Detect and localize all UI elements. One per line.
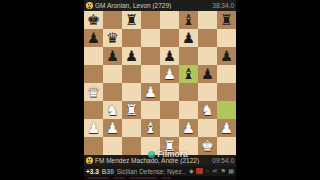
chat-icon[interactable]: ○ (206, 168, 210, 174)
analysis-toolbar: ◆ ○ ≪ ⚑ ▦ (189, 168, 234, 174)
square-a3[interactable] (84, 101, 103, 119)
square-h2[interactable]: ♟ (217, 119, 236, 137)
square-c2[interactable] (122, 119, 141, 137)
square-g7[interactable] (198, 29, 217, 47)
square-b6[interactable]: ♟ (103, 47, 122, 65)
piece-white-pawn[interactable]: ♟ (163, 65, 176, 83)
tag-icon[interactable]: ◆ (189, 168, 194, 174)
ticker-fragment (161, 177, 171, 179)
piece-black-pawn[interactable]: ♟ (201, 65, 214, 83)
square-h6[interactable]: ♟ (217, 47, 236, 65)
square-h1[interactable] (217, 137, 236, 155)
piece-white-knight[interactable]: ♞ (201, 101, 214, 119)
eco-code: B30 (102, 168, 114, 175)
square-d3[interactable] (141, 101, 160, 119)
square-b8[interactable] (103, 11, 122, 29)
square-d6[interactable] (141, 47, 160, 65)
square-e7[interactable] (160, 29, 179, 47)
smiley-emoji-icon (86, 157, 93, 164)
square-f2[interactable]: ♟ (179, 119, 198, 137)
square-b2[interactable]: ♟ (103, 119, 122, 137)
square-c7[interactable] (122, 29, 141, 47)
piece-black-king[interactable]: ♚ (87, 11, 100, 29)
square-h3[interactable] (217, 101, 236, 119)
square-f3[interactable] (179, 101, 198, 119)
piece-white-pawn[interactable]: ♟ (87, 119, 100, 137)
flag-icon[interactable]: ⚑ (220, 168, 225, 174)
square-b4[interactable] (103, 83, 122, 101)
ticker-fragment (113, 177, 125, 179)
square-e2[interactable] (160, 119, 179, 137)
bottom-player-clock: 09:54.0 (212, 157, 234, 164)
piece-black-bishop[interactable]: ♝ (182, 65, 195, 83)
square-g1[interactable]: ♚ (198, 137, 217, 155)
square-h8[interactable]: ♜ (217, 11, 236, 29)
piece-white-pawn[interactable]: ♟ (220, 119, 233, 137)
share-icon[interactable]: ≪ (212, 168, 218, 174)
top-player-name: GM Aronian, Levon (2729) (95, 2, 210, 9)
square-h7[interactable] (217, 29, 236, 47)
square-a8[interactable]: ♚ (84, 11, 103, 29)
square-a7[interactable]: ♟ (84, 29, 103, 47)
piece-black-pawn[interactable]: ♟ (106, 47, 119, 65)
square-e1[interactable]: ♜ (160, 137, 179, 155)
square-a6[interactable] (84, 47, 103, 65)
piece-white-pawn[interactable]: ♟ (182, 119, 195, 137)
piece-black-pawn[interactable]: ♟ (220, 47, 233, 65)
piece-black-pawn[interactable]: ♟ (182, 29, 195, 47)
piece-black-pawn[interactable]: ♟ (87, 29, 100, 47)
square-e3[interactable] (160, 101, 179, 119)
square-h4[interactable] (217, 83, 236, 101)
square-d2[interactable]: ♝ (141, 119, 160, 137)
video-frame: GM Aronian, Levon (2729) 38:34.0 ♚♜♝♜♟♛♟… (0, 0, 320, 180)
bottom-player-name: FM Mendez Machado, Andre (2122) (95, 157, 210, 164)
square-e5[interactable]: ♟ (160, 65, 179, 83)
record-icon[interactable] (196, 168, 203, 174)
square-b1[interactable] (103, 137, 122, 155)
square-f1[interactable] (179, 137, 198, 155)
square-f6[interactable] (179, 47, 198, 65)
square-b3[interactable]: ♞ (103, 101, 122, 119)
square-c5[interactable] (122, 65, 141, 83)
square-b7[interactable]: ♛ (103, 29, 122, 47)
square-g3[interactable]: ♞ (198, 101, 217, 119)
square-b5[interactable] (103, 65, 122, 83)
cropped-ticker-strip (84, 176, 236, 180)
square-f5[interactable]: ♝ (179, 65, 198, 83)
square-f7[interactable]: ♟ (179, 29, 198, 47)
piece-black-bishop[interactable]: ♝ (182, 11, 195, 29)
square-a4[interactable]: ♛ (84, 83, 103, 101)
ticker-fragment (129, 177, 157, 179)
square-d4[interactable]: ♟ (141, 83, 160, 101)
square-a2[interactable]: ♟ (84, 119, 103, 137)
chess-board[interactable]: ♚♜♝♜♟♛♟♟♟♟♟♟♝♟♛♟♞♜♞♟♟♝♟♟♜♚ (84, 11, 236, 155)
piece-black-pawn[interactable]: ♟ (125, 47, 138, 65)
square-f8[interactable]: ♝ (179, 11, 198, 29)
opening-name: Sicilian Defense: Nyez... (117, 168, 186, 175)
square-c6[interactable]: ♟ (122, 47, 141, 65)
square-g2[interactable] (198, 119, 217, 137)
square-e4[interactable] (160, 83, 179, 101)
square-c8[interactable]: ♜ (122, 11, 141, 29)
top-player-bar: GM Aronian, Levon (2729) 38:34.0 (84, 0, 236, 11)
square-a5[interactable] (84, 65, 103, 83)
square-c3[interactable]: ♜ (122, 101, 141, 119)
piece-black-pawn[interactable]: ♟ (163, 47, 176, 65)
square-h5[interactable] (217, 65, 236, 83)
piece-black-queen[interactable]: ♛ (106, 29, 119, 47)
square-f4[interactable] (179, 83, 198, 101)
square-c1[interactable] (122, 137, 141, 155)
analysis-bar: +3.3 B30 Sicilian Defense: Nyez... ◆ ○ ≪… (84, 166, 236, 176)
square-g6[interactable] (198, 47, 217, 65)
piece-white-rook[interactable]: ♜ (163, 137, 176, 155)
evaluation-badge: +3.3 (86, 168, 99, 175)
square-e6[interactable]: ♟ (160, 47, 179, 65)
piece-white-pawn[interactable]: ♟ (144, 83, 157, 101)
piece-white-rook[interactable]: ♜ (125, 101, 138, 119)
square-g4[interactable] (198, 83, 217, 101)
app-content: GM Aronian, Levon (2729) 38:34.0 ♚♜♝♜♟♛♟… (84, 0, 236, 180)
square-d8[interactable] (141, 11, 160, 29)
top-player-clock: 38:34.0 (212, 2, 234, 9)
square-c4[interactable] (122, 83, 141, 101)
piece-white-bishop[interactable]: ♝ (144, 119, 157, 137)
piece-white-king[interactable]: ♚ (201, 137, 214, 155)
square-g8[interactable] (198, 11, 217, 29)
piece-black-rook[interactable]: ♜ (125, 11, 138, 29)
ticker-fragment (87, 177, 109, 179)
square-a1[interactable] (84, 137, 103, 155)
square-d5[interactable] (141, 65, 160, 83)
bank-icon[interactable]: ▦ (228, 168, 234, 174)
piece-black-rook[interactable]: ♜ (220, 11, 233, 29)
piece-white-knight[interactable]: ♞ (106, 101, 119, 119)
piece-white-queen[interactable]: ♛ (87, 83, 100, 101)
piece-white-pawn[interactable]: ♟ (106, 119, 119, 137)
bottom-player-bar: FM Mendez Machado, Andre (2122) 09:54.0 (84, 155, 236, 166)
square-e8[interactable] (160, 11, 179, 29)
square-g5[interactable]: ♟ (198, 65, 217, 83)
smiley-emoji-icon (86, 2, 93, 9)
square-d1[interactable] (141, 137, 160, 155)
square-d7[interactable] (141, 29, 160, 47)
